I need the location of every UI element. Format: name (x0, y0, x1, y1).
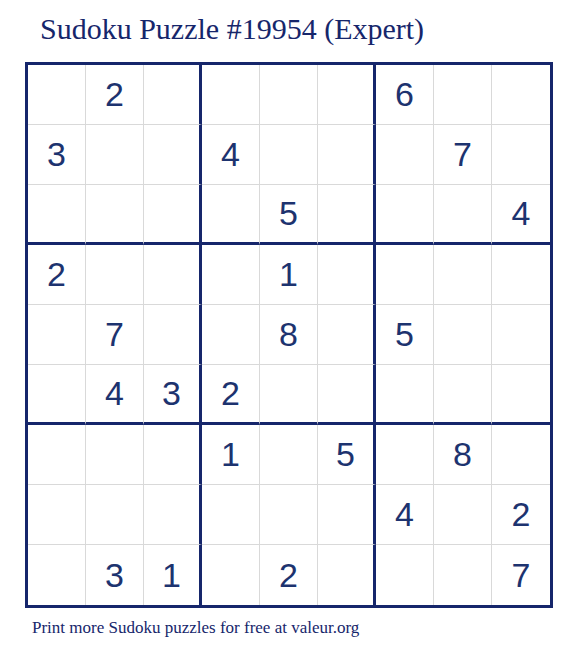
cell-r1c5[interactable] (260, 65, 318, 125)
cell-r9c7[interactable] (376, 545, 434, 605)
cell-r7c1[interactable] (28, 425, 86, 485)
cell-r6c9[interactable] (492, 365, 550, 425)
footer-note: Print more Sudoku puzzles for free at va… (32, 618, 359, 638)
page-title: Sudoku Puzzle #19954 (Expert) (40, 12, 424, 46)
cell-r4c9[interactable] (492, 245, 550, 305)
cell-r9c6[interactable] (318, 545, 376, 605)
cell-r4c7[interactable] (376, 245, 434, 305)
cell-r3c7[interactable] (376, 185, 434, 245)
cell-r3c2[interactable] (86, 185, 144, 245)
cell-r5c2[interactable]: 7 (86, 305, 144, 365)
cell-r4c4[interactable] (202, 245, 260, 305)
cell-r4c5[interactable]: 1 (260, 245, 318, 305)
cell-r4c6[interactable] (318, 245, 376, 305)
cell-r3c8[interactable] (434, 185, 492, 245)
cell-r6c2[interactable]: 4 (86, 365, 144, 425)
cell-r5c6[interactable] (318, 305, 376, 365)
cell-r9c3[interactable]: 1 (144, 545, 202, 605)
cell-r7c9[interactable] (492, 425, 550, 485)
cell-r3c5[interactable]: 5 (260, 185, 318, 245)
cell-r3c1[interactable] (28, 185, 86, 245)
cell-r2c8[interactable]: 7 (434, 125, 492, 185)
cell-r8c5[interactable] (260, 485, 318, 545)
cell-r2c9[interactable] (492, 125, 550, 185)
cell-r9c9[interactable]: 7 (492, 545, 550, 605)
cell-r2c5[interactable] (260, 125, 318, 185)
cell-r6c4[interactable]: 2 (202, 365, 260, 425)
cell-r8c7[interactable]: 4 (376, 485, 434, 545)
cell-r1c3[interactable] (144, 65, 202, 125)
cell-r9c2[interactable]: 3 (86, 545, 144, 605)
cell-r5c9[interactable] (492, 305, 550, 365)
cell-r7c5[interactable] (260, 425, 318, 485)
cell-r7c2[interactable] (86, 425, 144, 485)
cell-r5c1[interactable] (28, 305, 86, 365)
cell-r8c1[interactable] (28, 485, 86, 545)
cell-r2c4[interactable]: 4 (202, 125, 260, 185)
cell-r2c6[interactable] (318, 125, 376, 185)
cell-r3c9[interactable]: 4 (492, 185, 550, 245)
cell-r1c6[interactable] (318, 65, 376, 125)
cell-r5c7[interactable]: 5 (376, 305, 434, 365)
cell-r5c4[interactable] (202, 305, 260, 365)
cell-r1c1[interactable] (28, 65, 86, 125)
cell-r6c8[interactable] (434, 365, 492, 425)
cell-r7c8[interactable]: 8 (434, 425, 492, 485)
cell-r5c5[interactable]: 8 (260, 305, 318, 365)
cell-r5c8[interactable] (434, 305, 492, 365)
cell-r7c3[interactable] (144, 425, 202, 485)
cell-r9c5[interactable]: 2 (260, 545, 318, 605)
cell-r1c4[interactable] (202, 65, 260, 125)
cell-r6c1[interactable] (28, 365, 86, 425)
sudoku-board: 263475421785432158423127 (25, 62, 553, 608)
cell-r2c1[interactable]: 3 (28, 125, 86, 185)
cell-r1c7[interactable]: 6 (376, 65, 434, 125)
cell-r2c2[interactable] (86, 125, 144, 185)
cell-r6c3[interactable]: 3 (144, 365, 202, 425)
cell-r8c4[interactable] (202, 485, 260, 545)
cell-r4c1[interactable]: 2 (28, 245, 86, 305)
cell-r3c6[interactable] (318, 185, 376, 245)
cell-r7c4[interactable]: 1 (202, 425, 260, 485)
cell-r2c3[interactable] (144, 125, 202, 185)
cell-r8c9[interactable]: 2 (492, 485, 550, 545)
cell-r4c2[interactable] (86, 245, 144, 305)
cell-r4c3[interactable] (144, 245, 202, 305)
cell-r6c6[interactable] (318, 365, 376, 425)
cell-r3c4[interactable] (202, 185, 260, 245)
cell-r1c2[interactable]: 2 (86, 65, 144, 125)
cell-r1c9[interactable] (492, 65, 550, 125)
cell-r8c6[interactable] (318, 485, 376, 545)
cell-r8c2[interactable] (86, 485, 144, 545)
cell-r2c7[interactable] (376, 125, 434, 185)
cell-r7c7[interactable] (376, 425, 434, 485)
cell-r6c7[interactable] (376, 365, 434, 425)
cell-r9c8[interactable] (434, 545, 492, 605)
cell-r6c5[interactable] (260, 365, 318, 425)
cell-r5c3[interactable] (144, 305, 202, 365)
cell-r9c4[interactable] (202, 545, 260, 605)
cell-r8c3[interactable] (144, 485, 202, 545)
cell-r8c8[interactable] (434, 485, 492, 545)
cell-r4c8[interactable] (434, 245, 492, 305)
cell-r1c8[interactable] (434, 65, 492, 125)
cell-r9c1[interactable] (28, 545, 86, 605)
cell-r3c3[interactable] (144, 185, 202, 245)
cell-r7c6[interactable]: 5 (318, 425, 376, 485)
